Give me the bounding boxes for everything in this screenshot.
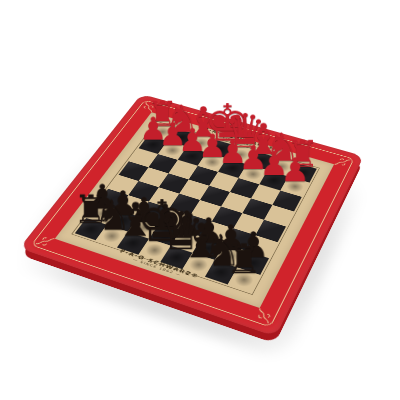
red-pawn[interactable]: ♟ [257,148,291,181]
square[interactable]: ♟ [280,176,309,196]
square[interactable] [168,160,197,180]
square[interactable] [209,172,238,192]
piece-shadow [171,131,193,145]
square[interactable]: ♟ [239,164,268,184]
chess-board: F·A·O SCHWARZ® — SINCE 1862 — ♜♞♝♚♛♝♞♜♟♟… [19,94,364,337]
piece-shadow [210,142,232,156]
square[interactable]: ♟ [158,141,187,160]
red-pawn[interactable]: ♟ [137,113,170,144]
piece-shadow [242,167,264,182]
square[interactable]: ♛ [227,145,255,164]
piece-shadow [230,147,252,162]
piece-shadow [284,179,306,195]
square[interactable]: ♞ [167,128,195,146]
corner-flourish-icon [136,99,162,116]
red-knight[interactable]: ♞ [165,100,198,138]
red-king[interactable]: ♚ [204,97,237,149]
square[interactable] [230,178,259,198]
black-rook[interactable]: ♜ [225,239,263,280]
square[interactable]: ♟ [259,170,288,190]
scene: F·A·O SCHWARZ® — SINCE 1862 — ♜♞♝♚♛♝♞♜♟♟… [0,0,400,400]
square[interactable] [129,148,158,167]
square[interactable]: ♝ [187,134,215,153]
piece-shadow [181,149,203,164]
red-pawn[interactable]: ♟ [236,142,270,175]
red-rook[interactable]: ♜ [286,136,320,173]
square[interactable]: ♜ [148,123,176,141]
square[interactable]: ♟ [198,153,227,172]
red-pawn[interactable]: ♟ [216,136,250,168]
red-pawn[interactable]: ♟ [156,119,189,151]
corner-flourish-icon [328,153,358,172]
brand-tagline: — SINCE 1862 — [147,116,332,171]
brand-name: F·A·O SCHWARZ® [149,112,334,168]
square[interactable]: ♜ [288,163,316,183]
red-pawn[interactable]: ♟ [176,124,210,156]
piece-shadow [263,173,285,188]
red-pawn[interactable]: ♟ [195,130,229,162]
piece-shadow [271,159,293,174]
square[interactable] [119,161,149,181]
brand-text-far: F·A·O SCHWARZ® — SINCE 1862 — [146,112,334,172]
red-bishop[interactable]: ♝ [244,118,278,160]
square[interactable]: ♚ [207,140,235,159]
piece-shadow [161,143,183,157]
red-pawn[interactable]: ♟ [278,154,313,187]
piece-shadow [250,153,272,168]
square[interactable]: ♟ [218,158,247,178]
square[interactable]: ♝ [247,151,275,170]
piece-shadow [292,165,314,180]
piece-shadow [151,125,173,139]
square[interactable]: ♟ [139,135,168,154]
red-knight[interactable]: ♞ [265,128,299,167]
square[interactable]: ♞ [268,157,296,177]
square[interactable] [148,154,177,173]
square[interactable]: ♟ [178,147,207,166]
square[interactable] [139,167,169,187]
red-rook[interactable]: ♜ [146,97,179,132]
square[interactable] [189,166,218,186]
piece-shadow [201,155,223,170]
piece-shadow [190,136,212,150]
red-bishop[interactable]: ♝ [185,102,218,143]
red-queen[interactable]: ♛ [224,108,257,155]
piece-shadow [142,137,164,151]
product-photo: F·A·O SCHWARZ® — SINCE 1862 — ♜♞♝♚♛♝♞♜♟♟… [0,0,400,400]
piece-shadow [221,161,243,176]
